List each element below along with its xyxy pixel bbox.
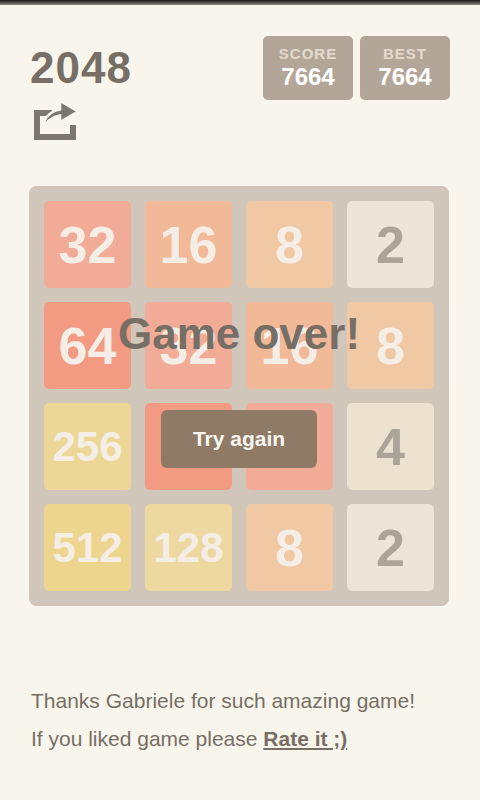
best-box: BEST 7664 <box>360 36 450 100</box>
share-button[interactable] <box>28 98 82 144</box>
share-icon <box>29 130 81 145</box>
best-value: 7664 <box>372 63 438 91</box>
score-box: SCORE 7664 <box>263 36 353 100</box>
best-label: BEST <box>372 45 438 63</box>
score-label: SCORE <box>275 45 341 63</box>
game-over-overlay: Game over! Try again <box>29 186 449 606</box>
footer-line-1: Thanks Gabriele for such amazing game! <box>31 682 461 720</box>
status-bar <box>0 0 480 5</box>
footer-line-2: If you liked game please Rate it ;) <box>31 720 461 758</box>
footer-line-2-text: If you liked game please <box>31 727 263 750</box>
rate-it-link[interactable]: Rate it ;) <box>263 727 347 750</box>
score-panel: SCORE 7664 BEST 7664 <box>263 36 450 100</box>
app-title: 2048 <box>30 46 132 90</box>
game-board[interactable]: 32168264321682566432451212882 Game over!… <box>29 186 449 606</box>
footer: Thanks Gabriele for such amazing game! I… <box>31 682 461 758</box>
game-over-message: Game over! <box>118 308 360 360</box>
score-value: 7664 <box>275 63 341 91</box>
try-again-button[interactable]: Try again <box>161 410 317 468</box>
